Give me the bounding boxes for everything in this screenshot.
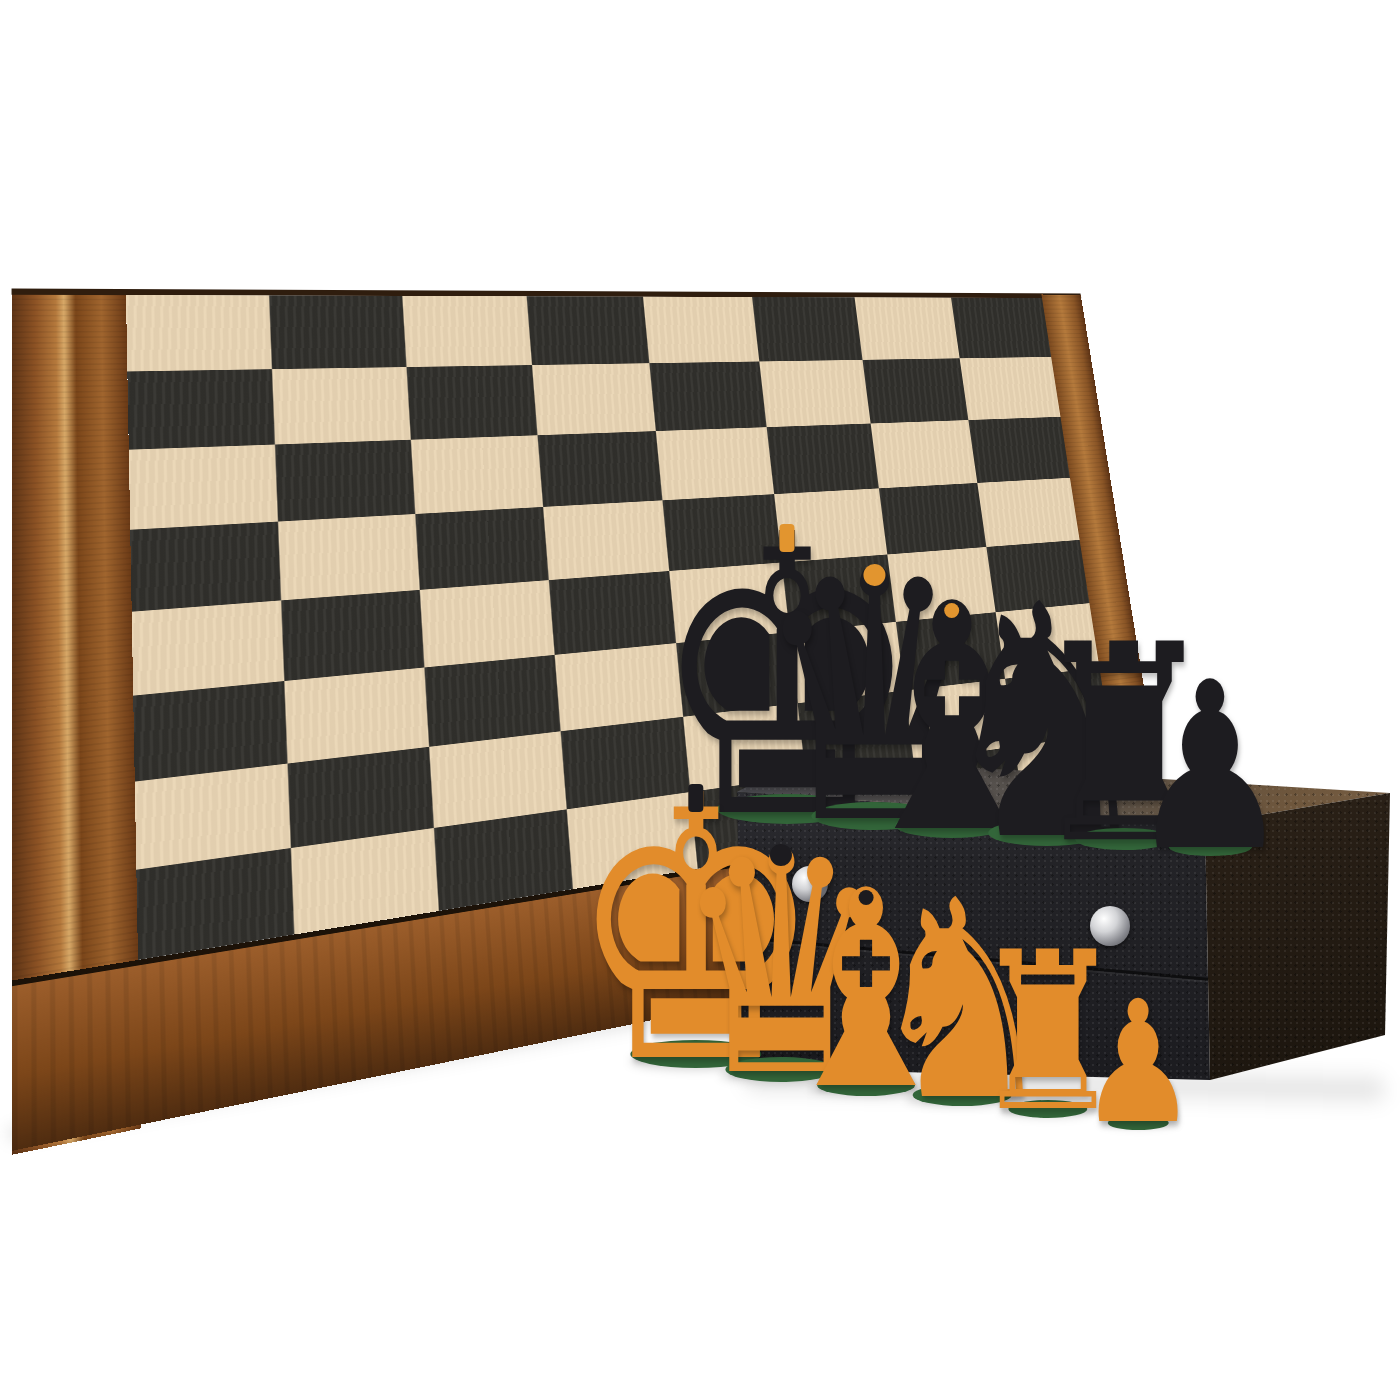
square-c4 [420, 580, 555, 667]
square-b5 [278, 514, 420, 600]
square-h7 [960, 357, 1061, 420]
square-f8 [752, 297, 862, 361]
square-b7 [272, 367, 411, 444]
square-g7 [863, 358, 969, 423]
square-d8 [527, 296, 650, 365]
square-a6 [129, 445, 278, 530]
black-pawn-glyph: ♟ [1129, 684, 1291, 850]
product-photo-stage: ♚ ♛ ♝ ♞ ♜ ♟ ♚ ♛ [0, 0, 1400, 1400]
white-pawn: ♟ [1062, 1002, 1214, 1124]
square-a5 [130, 522, 281, 612]
square-c8 [402, 296, 532, 367]
square-b6 [275, 440, 415, 522]
square-h6 [968, 417, 1070, 483]
square-f7 [759, 360, 870, 427]
square-d6 [538, 431, 663, 507]
square-d7 [532, 363, 656, 435]
square-b8 [269, 295, 406, 369]
square-c5 [415, 507, 549, 590]
square-a4 [132, 600, 285, 695]
square-c7 [407, 365, 538, 440]
square-a8 [126, 295, 272, 371]
square-c6 [411, 435, 543, 514]
black-pawn: ♟ [1106, 684, 1313, 850]
square-e8 [643, 297, 759, 364]
square-b4 [281, 590, 424, 681]
white-pawn-glyph: ♟ [1079, 1002, 1197, 1124]
square-g8 [855, 297, 960, 359]
square-e7 [649, 361, 766, 431]
square-a7 [127, 369, 275, 450]
square-h8 [951, 298, 1051, 359]
